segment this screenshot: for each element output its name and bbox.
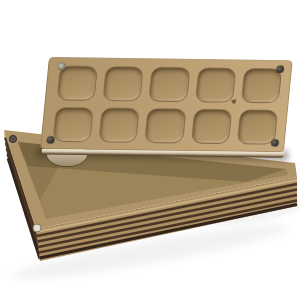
pit-r2c2[interactable]: [98, 107, 140, 142]
pit-r1c3[interactable]: [149, 67, 191, 102]
box-lid-pit-board: ♥: [40, 57, 293, 152]
lid-magnet-bottom-left: [46, 136, 55, 143]
pit-r1c1[interactable]: [56, 65, 98, 100]
pit-r2c1[interactable]: [52, 107, 94, 142]
pit-r2c4[interactable]: [190, 109, 232, 144]
lid-magnet-top-right: [276, 66, 285, 73]
pit-r2c3[interactable]: [144, 108, 186, 143]
base-magnet-far-left: [9, 135, 16, 142]
lid-magnet-bottom-right: [271, 139, 280, 146]
product-photo-scene: ♥: [0, 0, 300, 300]
pit-r1c5[interactable]: [241, 68, 283, 103]
base-magnet-near-left: [33, 224, 41, 232]
pit-board-grid: [52, 65, 282, 144]
pit-r1c2[interactable]: [102, 66, 144, 101]
